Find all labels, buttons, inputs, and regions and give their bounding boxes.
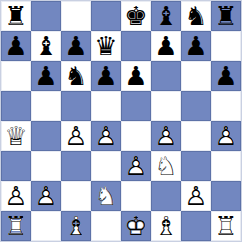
piece-outline-layer: ♕ <box>1 121 31 151</box>
piece-outline-layer: ♘ <box>91 181 121 211</box>
white-knight[interactable]: ♞♘ <box>91 181 121 211</box>
square-g6[interactable] <box>181 61 211 91</box>
square-d8[interactable] <box>91 1 121 31</box>
piece-fill-layer: ♟ <box>121 61 151 91</box>
chess-board: ♜♚♝♞♜♟♝♟♛♟♟♟♞♟♟♟♛♕♟♙♟♙♟♙♟♙♟♙♞♘♟♙♟♙♞♘♟♙♜♖… <box>0 0 242 242</box>
square-h2[interactable] <box>211 181 241 211</box>
square-a1[interactable]: ♜♖ <box>1 211 31 241</box>
square-b6[interactable]: ♟ <box>31 61 61 91</box>
piece-fill-layer: ♞ <box>61 61 91 91</box>
black-pawn[interactable]: ♟ <box>31 61 61 91</box>
square-g2[interactable]: ♟♙ <box>181 181 211 211</box>
square-a5[interactable] <box>1 91 31 121</box>
square-g4[interactable] <box>181 121 211 151</box>
white-pawn[interactable]: ♟♙ <box>121 151 151 181</box>
square-f3[interactable]: ♞♘ <box>151 151 181 181</box>
square-b1[interactable] <box>31 211 61 241</box>
square-d4[interactable]: ♟♙ <box>91 121 121 151</box>
piece-fill-layer: ♝ <box>31 31 61 61</box>
piece-fill-layer: ♜ <box>211 1 241 31</box>
piece-fill-layer: ♛ <box>91 31 121 61</box>
square-d6[interactable]: ♟ <box>91 61 121 91</box>
piece-fill-layer: ♟ <box>31 61 61 91</box>
square-g1[interactable] <box>181 211 211 241</box>
piece-outline-layer: ♔ <box>121 211 151 241</box>
square-e3[interactable]: ♟♙ <box>121 151 151 181</box>
square-a7[interactable]: ♟ <box>1 31 31 61</box>
white-pawn[interactable]: ♟♙ <box>211 121 241 151</box>
square-f8[interactable]: ♝ <box>151 1 181 31</box>
black-queen[interactable]: ♛ <box>91 31 121 61</box>
white-pawn[interactable]: ♟♙ <box>181 181 211 211</box>
white-bishop[interactable]: ♝♗ <box>61 211 91 241</box>
piece-outline-layer: ♙ <box>91 121 121 151</box>
white-knight[interactable]: ♞♘ <box>151 151 181 181</box>
piece-fill-layer: ♟ <box>61 31 91 61</box>
piece-fill-layer: ♟ <box>211 61 241 91</box>
square-f5[interactable] <box>151 91 181 121</box>
white-pawn[interactable]: ♟♙ <box>1 181 31 211</box>
square-c8[interactable] <box>61 1 91 31</box>
square-a8[interactable]: ♜ <box>1 1 31 31</box>
piece-fill-layer: ♜ <box>1 1 31 31</box>
black-pawn[interactable]: ♟ <box>1 31 31 61</box>
square-a2[interactable]: ♟♙ <box>1 181 31 211</box>
white-pawn[interactable]: ♟♙ <box>61 121 91 151</box>
square-h3[interactable] <box>211 151 241 181</box>
square-a6[interactable] <box>1 61 31 91</box>
square-g7[interactable]: ♟ <box>181 31 211 61</box>
square-f1[interactable]: ♝♗ <box>151 211 181 241</box>
square-c5[interactable] <box>61 91 91 121</box>
square-g8[interactable]: ♞ <box>181 1 211 31</box>
square-b2[interactable]: ♟♙ <box>31 181 61 211</box>
piece-fill-layer: ♞ <box>181 1 211 31</box>
black-pawn[interactable]: ♟ <box>61 31 91 61</box>
square-g3[interactable] <box>181 151 211 181</box>
square-f7[interactable]: ♟ <box>151 31 181 61</box>
square-h6[interactable]: ♟ <box>211 61 241 91</box>
white-rook[interactable]: ♜♖ <box>211 211 241 241</box>
square-d2[interactable]: ♞♘ <box>91 181 121 211</box>
white-pawn[interactable]: ♟♙ <box>91 121 121 151</box>
piece-outline-layer: ♙ <box>121 151 151 181</box>
square-h1[interactable]: ♜♖ <box>211 211 241 241</box>
piece-outline-layer: ♙ <box>61 121 91 151</box>
square-e8[interactable]: ♚ <box>121 1 151 31</box>
square-c2[interactable] <box>61 181 91 211</box>
white-bishop[interactable]: ♝♗ <box>151 211 181 241</box>
white-pawn[interactable]: ♟♙ <box>151 121 181 151</box>
square-g5[interactable] <box>181 91 211 121</box>
square-b7[interactable]: ♝ <box>31 31 61 61</box>
square-b4[interactable] <box>31 121 61 151</box>
square-a3[interactable] <box>1 151 31 181</box>
black-pawn[interactable]: ♟ <box>91 61 121 91</box>
square-h5[interactable] <box>211 91 241 121</box>
piece-fill-layer: ♝ <box>151 1 181 31</box>
square-e6[interactable]: ♟ <box>121 61 151 91</box>
black-pawn[interactable]: ♟ <box>151 31 181 61</box>
square-d7[interactable]: ♛ <box>91 31 121 61</box>
piece-fill-layer: ♟ <box>91 61 121 91</box>
black-knight[interactable]: ♞ <box>181 1 211 31</box>
square-e5[interactable] <box>121 91 151 121</box>
piece-outline-layer: ♖ <box>1 211 31 241</box>
black-rook[interactable]: ♜ <box>1 1 31 31</box>
piece-fill-layer: ♚ <box>121 1 151 31</box>
square-c6[interactable]: ♞ <box>61 61 91 91</box>
square-f2[interactable] <box>151 181 181 211</box>
black-pawn[interactable]: ♟ <box>181 31 211 61</box>
black-knight[interactable]: ♞ <box>61 61 91 91</box>
square-e4[interactable] <box>121 121 151 151</box>
white-king[interactable]: ♚♔ <box>121 211 151 241</box>
black-bishop[interactable]: ♝ <box>151 1 181 31</box>
piece-outline-layer: ♘ <box>151 151 181 181</box>
square-f6[interactable] <box>151 61 181 91</box>
square-c4[interactable]: ♟♙ <box>61 121 91 151</box>
piece-outline-layer: ♙ <box>181 181 211 211</box>
square-b5[interactable] <box>31 91 61 121</box>
piece-outline-layer: ♙ <box>151 121 181 151</box>
square-c3[interactable] <box>61 151 91 181</box>
white-pawn[interactable]: ♟♙ <box>31 181 61 211</box>
piece-outline-layer: ♙ <box>1 181 31 211</box>
square-e2[interactable] <box>121 181 151 211</box>
square-c7[interactable]: ♟ <box>61 31 91 61</box>
black-pawn[interactable]: ♟ <box>211 61 241 91</box>
square-h8[interactable]: ♜ <box>211 1 241 31</box>
piece-outline-layer: ♙ <box>31 181 61 211</box>
black-king[interactable]: ♚ <box>121 1 151 31</box>
square-b8[interactable] <box>31 1 61 31</box>
square-a4[interactable]: ♛♕ <box>1 121 31 151</box>
square-d3[interactable] <box>91 151 121 181</box>
square-h7[interactable] <box>211 31 241 61</box>
piece-fill-layer: ♟ <box>151 31 181 61</box>
square-b3[interactable] <box>31 151 61 181</box>
piece-fill-layer: ♟ <box>1 31 31 61</box>
square-e7[interactable] <box>121 31 151 61</box>
piece-outline-layer: ♗ <box>61 211 91 241</box>
piece-outline-layer: ♗ <box>151 211 181 241</box>
piece-outline-layer: ♙ <box>211 121 241 151</box>
square-e1[interactable]: ♚♔ <box>121 211 151 241</box>
square-c1[interactable]: ♝♗ <box>61 211 91 241</box>
white-rook[interactable]: ♜♖ <box>1 211 31 241</box>
black-rook[interactable]: ♜ <box>211 1 241 31</box>
piece-fill-layer: ♟ <box>181 31 211 61</box>
black-bishop[interactable]: ♝ <box>31 31 61 61</box>
white-queen[interactable]: ♛♕ <box>1 121 31 151</box>
square-f4[interactable]: ♟♙ <box>151 121 181 151</box>
black-pawn[interactable]: ♟ <box>121 61 151 91</box>
square-h4[interactable]: ♟♙ <box>211 121 241 151</box>
square-d5[interactable] <box>91 91 121 121</box>
piece-outline-layer: ♖ <box>211 211 241 241</box>
square-d1[interactable] <box>91 211 121 241</box>
